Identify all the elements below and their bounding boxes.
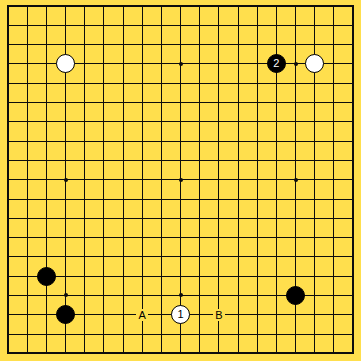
- black-stone: [56, 305, 75, 324]
- star-point-dot: [179, 178, 183, 182]
- star-point: [171, 286, 190, 305]
- white-stone-move-1: 1: [171, 305, 190, 324]
- black-stone-D3: [56, 305, 75, 324]
- black-stone: [286, 286, 305, 305]
- star-point-dot: [179, 293, 183, 297]
- black-stone-P16: 2: [267, 54, 286, 73]
- star-point-dot: [294, 62, 298, 66]
- star-point: [286, 54, 305, 73]
- star-point: [56, 170, 75, 189]
- star-point: [56, 286, 75, 305]
- star-point: [286, 170, 305, 189]
- black-stone-move-2: 2: [267, 54, 286, 73]
- star-point-dot: [179, 62, 183, 66]
- white-stone: [56, 54, 75, 73]
- star-point-dot: [294, 178, 298, 182]
- star-point-dot: [64, 293, 68, 297]
- star-point: [171, 54, 190, 73]
- point-label-cell-b: B: [209, 305, 228, 324]
- star-point-dot: [64, 178, 68, 182]
- white-stone-D16: [56, 54, 75, 73]
- white-stone-R16: [305, 54, 324, 73]
- point-label-cell-a: A: [133, 305, 152, 324]
- white-stone: [305, 54, 324, 73]
- white-stone-K3: 1: [171, 305, 190, 324]
- black-stone-Q4: [286, 286, 305, 305]
- intersection-grid: 21AB: [0, 0, 361, 361]
- black-stone: [37, 267, 56, 286]
- black-stone-C5: [37, 267, 56, 286]
- star-point: [171, 170, 190, 189]
- point-label-b: B: [213, 309, 224, 321]
- point-label-a: A: [136, 309, 147, 321]
